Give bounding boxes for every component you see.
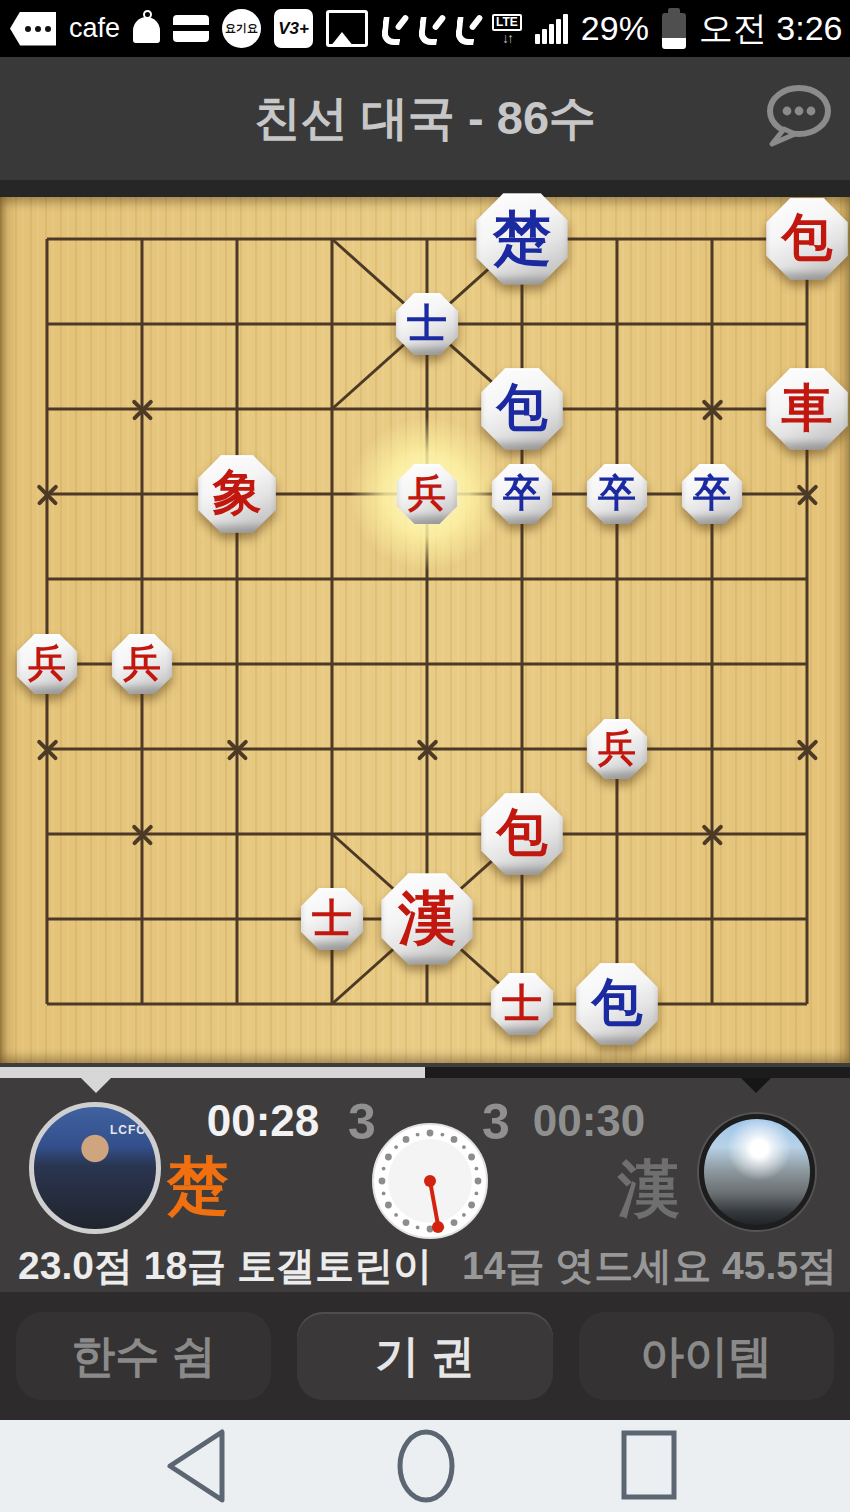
bell-icon [133, 17, 160, 43]
resign-button[interactable]: 기 권 [297, 1312, 552, 1400]
left-player-avatar[interactable]: LCFC [29, 1102, 161, 1234]
scrubber-notch-left [81, 1078, 111, 1093]
cho-advisor-piece[interactable]: 士 [380, 282, 475, 367]
han-soldier-piece[interactable]: 兵 [95, 622, 190, 707]
han-elephant-piece[interactable]: 象 [190, 452, 285, 537]
piece-octagon: 車 [765, 367, 849, 451]
piece-glyph: 楚 [493, 209, 551, 267]
item-button[interactable]: 아이템 [579, 1312, 834, 1400]
pass-button[interactable]: 한수 쉼 [16, 1312, 271, 1400]
cho-soldier-piece[interactable]: 卒 [665, 452, 760, 537]
piece-glyph: 卒 [598, 474, 636, 512]
nav-home-icon[interactable] [400, 1432, 452, 1500]
chat-bubble-icon[interactable] [759, 79, 835, 155]
piece-octagon: 士 [300, 887, 364, 951]
han-soldier-piece[interactable]: 兵 [0, 622, 95, 707]
right-player-side-glyph: 漢 [618, 1158, 680, 1220]
piece-octagon: 兵 [16, 633, 78, 695]
left-player-side-glyph: 楚 [167, 1155, 229, 1217]
action-button-bar: 한수 쉼 기 권 아이템 [0, 1292, 850, 1420]
board-point-marker [95, 792, 190, 877]
cho-soldier-piece[interactable]: 卒 [570, 452, 665, 537]
han-advisor-piece[interactable]: 士 [475, 962, 570, 1047]
han-soldier-piece[interactable]: 兵 [570, 707, 665, 792]
piece-glyph: 包 [782, 212, 833, 263]
cho-king-piece[interactable]: 楚 [475, 197, 570, 282]
piece-octagon: 兵 [586, 718, 648, 780]
player-panel: LCFC 楚 00:28 3 3 00:30 漢 23.0점 18급 토갤토린이… [0, 1063, 850, 1292]
piece-octagon: 楚 [475, 192, 569, 286]
piece-octagon: 象 [197, 454, 277, 534]
piece-octagon: 漢 [380, 872, 474, 966]
v3plus-icon: V3+ [274, 9, 313, 48]
android-nav-bar [0, 1420, 850, 1512]
left-player-timer: 00:28 [198, 1096, 328, 1146]
cho-cannon-piece[interactable]: 包 [570, 962, 665, 1047]
battery-percent: 29% [581, 9, 649, 48]
right-player-info: 14급 엿드세요 45.5점 [462, 1239, 837, 1293]
board-point-marker [0, 452, 95, 537]
board-point-marker [190, 707, 285, 792]
page-title: 친선 대국 - 86수 [0, 87, 850, 150]
han-chariot-piece[interactable]: 車 [760, 367, 850, 452]
avatar-photo-text: LCFC [110, 1123, 146, 1137]
piece-octagon: 士 [490, 972, 554, 1036]
piece-glyph: 兵 [28, 644, 66, 682]
scrubber-fill [0, 1067, 425, 1078]
signal-bars-icon [535, 14, 568, 44]
right-player-timer: 00:30 [524, 1096, 654, 1146]
piece-glyph: 兵 [123, 644, 161, 682]
piece-glyph: 兵 [408, 474, 446, 512]
piece-octagon: 包 [765, 197, 849, 281]
piece-glyph: 車 [782, 382, 833, 433]
piece-octagon: 包 [480, 792, 564, 876]
piece-octagon: 包 [480, 367, 564, 451]
scrubber-notch-right [741, 1078, 771, 1093]
piece-glyph: 士 [407, 303, 447, 343]
piece-octagon: 士 [395, 292, 459, 356]
app-squiggle-icon [381, 14, 405, 44]
piece-glyph: 包 [592, 977, 643, 1028]
piece-glyph: 兵 [598, 729, 636, 767]
title-bar: 친선 대국 - 86수 [0, 57, 850, 180]
piece-glyph: 士 [312, 898, 352, 938]
piece-octagon: 卒 [681, 463, 743, 525]
piece-octagon: 卒 [491, 463, 553, 525]
yogiyo-icon: 요기요 [222, 9, 261, 48]
han-cannon-piece[interactable]: 包 [475, 792, 570, 877]
left-player-info: 23.0점 18급 토갤토린이 [18, 1239, 432, 1293]
move-scrubber[interactable] [0, 1067, 850, 1078]
piece-glyph: 士 [502, 983, 542, 1023]
board-point-marker [760, 452, 850, 537]
han-king-piece[interactable]: 漢 [380, 877, 475, 962]
piece-octagon: 包 [575, 962, 659, 1046]
piece-octagon: 卒 [586, 463, 648, 525]
piece-octagon: 兵 [396, 463, 458, 525]
board-point-marker [380, 707, 475, 792]
lte-network-icon: LTE↓↑ [492, 14, 522, 45]
battery-icon [662, 13, 686, 49]
board-point-marker [665, 367, 760, 452]
board-point-marker [95, 367, 190, 452]
app-squiggle-icon [455, 14, 479, 44]
board-point-marker [760, 707, 850, 792]
board-grid: 楚包士包車象兵卒卒卒兵兵兵包士漢士包 [0, 197, 850, 1047]
piece-glyph: 漢 [398, 889, 456, 947]
board-point-marker [665, 792, 760, 877]
nav-recents-icon[interactable] [624, 1433, 674, 1497]
han-advisor-piece[interactable]: 士 [285, 877, 380, 962]
card-icon [173, 15, 209, 42]
board-point-marker [0, 707, 95, 792]
board-section: 楚包士包車象兵卒卒卒兵兵兵包士漢士包 [0, 180, 850, 1063]
janggi-app-screen: cafe 요기요 V3+ LTE↓↑ 29% 오전 3:26 친선 대국 - 8… [0, 0, 850, 1512]
piece-glyph: 包 [497, 807, 548, 858]
gallery-icon [326, 10, 368, 47]
piece-glyph: 卒 [503, 474, 541, 512]
status-bar: cafe 요기요 V3+ LTE↓↑ 29% 오전 3:26 [0, 0, 850, 57]
notification-tag-icon [10, 12, 56, 46]
piece-octagon: 兵 [111, 633, 173, 695]
han-soldier-piece[interactable]: 兵 [380, 452, 475, 537]
right-player-avatar[interactable] [699, 1114, 815, 1230]
status-time: 오전 3:26 [699, 6, 843, 52]
nav-back-icon[interactable] [170, 1432, 222, 1500]
piece-glyph: 象 [213, 468, 262, 517]
cho-cannon-piece[interactable]: 包 [475, 367, 570, 452]
han-cannon-piece[interactable]: 包 [760, 197, 850, 282]
cafe-notification-label: cafe [69, 13, 120, 44]
app-squiggle-icon [418, 14, 442, 44]
janggi-board[interactable]: 楚包士包車象兵卒卒卒兵兵兵包士漢士包 [0, 197, 850, 1063]
cho-soldier-piece[interactable]: 卒 [475, 452, 570, 537]
piece-glyph: 包 [497, 382, 548, 433]
piece-glyph: 卒 [693, 474, 731, 512]
right-player-score: 3 [470, 1093, 522, 1151]
